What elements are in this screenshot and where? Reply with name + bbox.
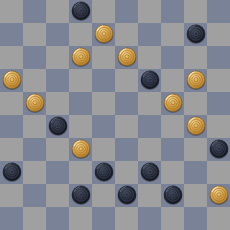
square-light bbox=[92, 0, 115, 23]
square-light bbox=[69, 69, 92, 92]
square-14[interactable] bbox=[161, 46, 184, 69]
square-light bbox=[161, 115, 184, 138]
dark-piece[interactable] bbox=[70, 184, 92, 207]
gold-piece[interactable] bbox=[93, 23, 115, 46]
square-light bbox=[184, 184, 207, 207]
square-light bbox=[161, 207, 184, 230]
dark-piece[interactable] bbox=[1, 161, 23, 184]
gold-piece[interactable] bbox=[208, 184, 230, 207]
square-light bbox=[207, 23, 230, 46]
square-12[interactable] bbox=[69, 46, 92, 69]
square-25[interactable] bbox=[207, 92, 230, 115]
square-light bbox=[69, 161, 92, 184]
dark-piece[interactable] bbox=[185, 23, 207, 46]
square-5[interactable] bbox=[207, 0, 230, 23]
square-light bbox=[115, 23, 138, 46]
square-light bbox=[138, 0, 161, 23]
square-light bbox=[23, 69, 46, 92]
square-light bbox=[138, 184, 161, 207]
square-light bbox=[92, 138, 115, 161]
square-22[interactable] bbox=[69, 92, 92, 115]
square-light bbox=[23, 115, 46, 138]
square-light bbox=[69, 23, 92, 46]
square-34[interactable] bbox=[161, 138, 184, 161]
gold-piece[interactable] bbox=[70, 46, 92, 69]
square-44[interactable] bbox=[161, 184, 184, 207]
square-light bbox=[161, 23, 184, 46]
square-26[interactable] bbox=[0, 115, 23, 138]
square-light bbox=[69, 207, 92, 230]
square-light bbox=[184, 46, 207, 69]
square-light bbox=[184, 138, 207, 161]
dark-piece[interactable] bbox=[47, 115, 69, 138]
square-19[interactable] bbox=[138, 69, 161, 92]
gold-piece[interactable] bbox=[185, 115, 207, 138]
square-2[interactable] bbox=[69, 0, 92, 23]
square-46[interactable] bbox=[0, 207, 23, 230]
dark-piece[interactable] bbox=[162, 184, 184, 207]
square-35[interactable] bbox=[207, 138, 230, 161]
square-light bbox=[46, 138, 69, 161]
square-light bbox=[92, 92, 115, 115]
checkers-board bbox=[0, 0, 230, 230]
square-light bbox=[0, 184, 23, 207]
dark-piece[interactable] bbox=[139, 161, 161, 184]
square-21[interactable] bbox=[23, 92, 46, 115]
gold-piece[interactable] bbox=[116, 46, 138, 69]
square-light bbox=[46, 0, 69, 23]
dark-piece[interactable] bbox=[70, 0, 92, 23]
square-20[interactable] bbox=[184, 69, 207, 92]
square-light bbox=[207, 115, 230, 138]
square-1[interactable] bbox=[23, 0, 46, 23]
square-light bbox=[184, 92, 207, 115]
square-45[interactable] bbox=[207, 184, 230, 207]
square-light bbox=[23, 161, 46, 184]
square-light bbox=[0, 92, 23, 115]
square-light bbox=[46, 92, 69, 115]
square-23[interactable] bbox=[115, 92, 138, 115]
dark-piece[interactable] bbox=[93, 161, 115, 184]
square-8[interactable] bbox=[92, 23, 115, 46]
square-11[interactable] bbox=[23, 46, 46, 69]
square-48[interactable] bbox=[92, 207, 115, 230]
square-light bbox=[138, 138, 161, 161]
square-light bbox=[161, 69, 184, 92]
square-15[interactable] bbox=[207, 46, 230, 69]
square-light bbox=[184, 0, 207, 23]
square-37[interactable] bbox=[46, 161, 69, 184]
square-4[interactable] bbox=[161, 0, 184, 23]
square-light bbox=[115, 115, 138, 138]
square-29[interactable] bbox=[138, 115, 161, 138]
square-38[interactable] bbox=[92, 161, 115, 184]
square-light bbox=[115, 207, 138, 230]
square-17[interactable] bbox=[46, 69, 69, 92]
square-9[interactable] bbox=[138, 23, 161, 46]
square-light bbox=[69, 115, 92, 138]
square-light bbox=[23, 207, 46, 230]
square-light bbox=[92, 184, 115, 207]
square-33[interactable] bbox=[115, 138, 138, 161]
square-27[interactable] bbox=[46, 115, 69, 138]
square-28[interactable] bbox=[92, 115, 115, 138]
square-41[interactable] bbox=[23, 184, 46, 207]
square-31[interactable] bbox=[23, 138, 46, 161]
dark-piece[interactable] bbox=[139, 69, 161, 92]
square-10[interactable] bbox=[184, 23, 207, 46]
square-7[interactable] bbox=[46, 23, 69, 46]
square-light bbox=[0, 0, 23, 23]
square-42[interactable] bbox=[69, 184, 92, 207]
square-40[interactable] bbox=[184, 161, 207, 184]
square-24[interactable] bbox=[161, 92, 184, 115]
square-39[interactable] bbox=[138, 161, 161, 184]
square-light bbox=[0, 138, 23, 161]
gold-piece[interactable] bbox=[1, 69, 23, 92]
square-light bbox=[46, 184, 69, 207]
dark-piece[interactable] bbox=[116, 184, 138, 207]
square-light bbox=[207, 69, 230, 92]
gold-piece[interactable] bbox=[185, 69, 207, 92]
square-light bbox=[161, 161, 184, 184]
square-light bbox=[207, 161, 230, 184]
square-32[interactable] bbox=[69, 138, 92, 161]
gold-piece[interactable] bbox=[162, 92, 184, 115]
square-light bbox=[23, 23, 46, 46]
gold-piece[interactable] bbox=[24, 92, 46, 115]
square-16[interactable] bbox=[0, 69, 23, 92]
square-50[interactable] bbox=[184, 207, 207, 230]
square-light bbox=[138, 92, 161, 115]
square-49[interactable] bbox=[138, 207, 161, 230]
gold-piece[interactable] bbox=[70, 138, 92, 161]
square-36[interactable] bbox=[0, 161, 23, 184]
square-3[interactable] bbox=[115, 0, 138, 23]
square-43[interactable] bbox=[115, 184, 138, 207]
square-30[interactable] bbox=[184, 115, 207, 138]
square-13[interactable] bbox=[115, 46, 138, 69]
square-light bbox=[138, 46, 161, 69]
square-6[interactable] bbox=[0, 23, 23, 46]
dark-piece[interactable] bbox=[208, 138, 230, 161]
square-light bbox=[92, 46, 115, 69]
square-light bbox=[0, 46, 23, 69]
square-47[interactable] bbox=[46, 207, 69, 230]
square-light bbox=[115, 161, 138, 184]
square-light bbox=[207, 207, 230, 230]
square-18[interactable] bbox=[92, 69, 115, 92]
square-light bbox=[46, 46, 69, 69]
square-light bbox=[115, 69, 138, 92]
